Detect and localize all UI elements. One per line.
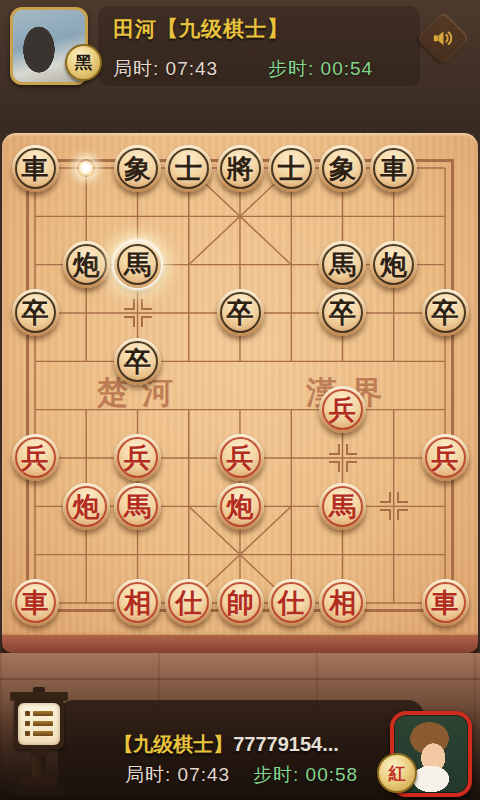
piece-black[interactable]: 卒 <box>12 289 59 336</box>
game-time-value: 07:43 <box>178 764 231 785</box>
piece-glyph: 兵 <box>329 396 356 423</box>
piece-black[interactable]: 卒 <box>114 338 161 385</box>
piece-black[interactable]: 馬 <box>319 241 366 288</box>
game-time-label: 局时: <box>125 764 171 785</box>
move-time-value: 00:58 <box>306 764 359 785</box>
board-grid-lines <box>0 133 480 637</box>
piece-red[interactable]: 兵 <box>422 434 469 481</box>
piece-red[interactable]: 兵 <box>217 434 264 481</box>
piece-glyph: 卒 <box>124 348 151 375</box>
piece-red[interactable]: 帥 <box>217 579 264 626</box>
piece-red[interactable]: 馬 <box>319 483 366 530</box>
piece-glyph: 兵 <box>22 444 49 471</box>
piece-glyph: 兵 <box>124 444 151 471</box>
menu-list-icon <box>18 703 60 745</box>
point-marker <box>122 297 154 329</box>
game-time-value: 07:43 <box>166 58 219 79</box>
red-side-badge: 紅 <box>377 753 417 793</box>
move-time-value: 00:54 <box>321 58 374 79</box>
piece-glyph: 兵 <box>227 444 254 471</box>
piece-black[interactable]: 車 <box>12 145 59 192</box>
piece-glyph: 仕 <box>175 589 202 616</box>
piece-red[interactable]: 仕 <box>268 579 315 626</box>
piece-glyph: 炮 <box>380 251 407 278</box>
self-move-time: 步时: 00:58 <box>253 762 358 788</box>
piece-glyph: 象 <box>329 155 356 182</box>
board-bottom-edge <box>2 635 478 653</box>
point-marker <box>327 442 359 474</box>
piece-black[interactable]: 馬 <box>114 241 161 288</box>
lantern-base <box>14 785 64 796</box>
piece-black[interactable]: 炮 <box>63 241 110 288</box>
piece-glyph: 車 <box>22 155 49 182</box>
piece-glyph: 馬 <box>329 251 356 278</box>
piece-glyph: 炮 <box>73 251 100 278</box>
sound-button[interactable] <box>416 11 470 65</box>
move-time-label: 步时: <box>268 58 314 79</box>
self-player-id: 77779154... <box>233 733 339 755</box>
wood-seam <box>0 678 480 680</box>
piece-glyph: 炮 <box>73 493 100 520</box>
xiangqi-game-screen: 黑 田河【九级棋士】 局时: 07:43 步时: 00:54 <box>0 0 480 800</box>
piece-glyph: 馬 <box>124 493 151 520</box>
piece-glyph: 卒 <box>227 299 254 326</box>
piece-black[interactable]: 象 <box>114 145 161 192</box>
piece-glyph: 相 <box>329 589 356 616</box>
piece-red[interactable]: 炮 <box>217 483 264 530</box>
piece-black[interactable]: 士 <box>268 145 315 192</box>
piece-glyph: 士 <box>278 155 305 182</box>
piece-glyph: 卒 <box>329 299 356 326</box>
piece-glyph: 象 <box>124 155 151 182</box>
piece-red[interactable]: 炮 <box>63 483 110 530</box>
piece-glyph: 卒 <box>22 299 49 326</box>
piece-glyph: 相 <box>124 589 151 616</box>
opponent-game-time: 局时: 07:43 <box>113 56 218 82</box>
self-game-time: 局时: 07:43 <box>125 762 230 788</box>
piece-red[interactable]: 兵 <box>319 386 366 433</box>
opponent-name: 田河【九级棋士】 <box>113 15 289 43</box>
top-player-bar: 黑 田河【九级棋士】 局时: 07:43 步时: 00:54 <box>0 0 480 133</box>
lantern-pole <box>32 756 46 778</box>
red-side-label: 紅 <box>389 762 406 785</box>
self-player-name: 【九级棋士】77779154... <box>70 731 382 758</box>
lantern-neck <box>30 749 48 756</box>
menu-button[interactable] <box>6 685 78 797</box>
piece-glyph: 士 <box>175 155 202 182</box>
piece-black[interactable]: 象 <box>319 145 366 192</box>
piece-glyph: 車 <box>22 589 49 616</box>
point-marker <box>378 490 410 522</box>
piece-red[interactable]: 兵 <box>12 434 59 481</box>
black-side-badge: 黑 <box>65 44 102 81</box>
opponent-move-time: 步时: 00:54 <box>268 56 373 82</box>
piece-black[interactable]: 將 <box>217 145 264 192</box>
piece-red[interactable]: 車 <box>422 579 469 626</box>
piece-glyph: 兵 <box>432 444 459 471</box>
speaker-icon <box>432 27 454 49</box>
piece-glyph: 馬 <box>124 251 151 278</box>
piece-black[interactable]: 士 <box>165 145 212 192</box>
piece-black[interactable]: 車 <box>370 145 417 192</box>
piece-glyph: 帥 <box>227 589 254 616</box>
piece-glyph: 馬 <box>329 493 356 520</box>
piece-glyph: 炮 <box>227 493 254 520</box>
game-time-label: 局时: <box>113 58 159 79</box>
piece-glyph: 卒 <box>432 299 459 326</box>
piece-black[interactable]: 卒 <box>422 289 469 336</box>
piece-black[interactable]: 卒 <box>217 289 264 336</box>
piece-glyph: 車 <box>432 589 459 616</box>
piece-red[interactable]: 馬 <box>114 483 161 530</box>
piece-glyph: 仕 <box>278 589 305 616</box>
move-time-label: 步时: <box>253 764 299 785</box>
piece-glyph: 車 <box>380 155 407 182</box>
piece-glyph: 將 <box>227 155 254 182</box>
piece-red[interactable]: 車 <box>12 579 59 626</box>
self-rank-title: 【九级棋士】 <box>113 733 233 755</box>
black-side-label: 黑 <box>75 51 92 74</box>
